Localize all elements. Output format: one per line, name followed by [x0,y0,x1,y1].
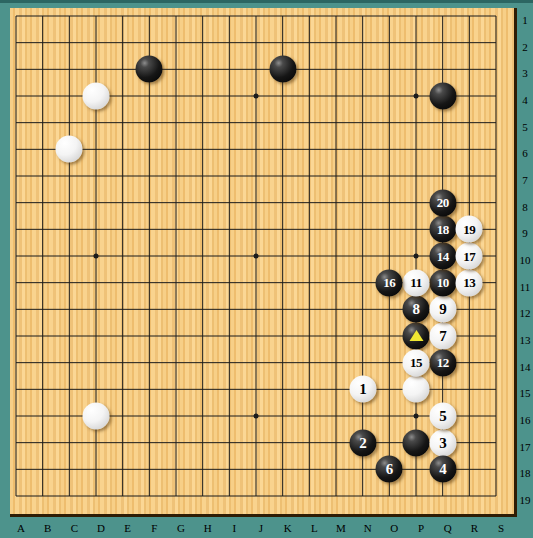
stone-black-p13 [403,323,430,350]
col-label-B: B [44,520,51,536]
go-board[interactable]: 1234567891011121314151617181920 [10,8,517,517]
row-label-11: 11 [520,281,531,293]
col-label-L: L [311,520,318,536]
row-label-19: 19 [520,494,531,506]
row-label-12: 12 [520,307,531,319]
col-label-I: I [232,520,236,536]
row-label-4: 4 [522,94,528,106]
stone-white-r9: 19 [456,216,483,243]
stone-white-q12: 9 [429,296,456,323]
row-label-17: 17 [520,441,531,453]
move-number-label: 15 [403,349,430,376]
col-label-O: O [390,520,398,536]
stone-black-q9: 18 [429,216,456,243]
stone-white-r10: 17 [456,243,483,270]
move-number-label: 18 [429,216,456,243]
col-label-M: M [336,520,346,536]
stone-white-p14: 15 [403,349,430,376]
move-number-label: 12 [429,349,456,376]
col-label-D: D [97,520,105,536]
move-number-label: 5 [429,403,456,430]
col-label-P: P [418,520,424,536]
col-label-J: J [259,520,263,536]
stone-black-q11: 10 [429,269,456,296]
col-label-N: N [364,520,372,536]
move-number-label: 4 [429,456,456,483]
move-number-label: 14 [429,243,456,270]
triangle-mark-icon [409,330,423,341]
stone-white-p11: 11 [403,269,430,296]
row-label-8: 8 [522,201,528,213]
star-point-D10 [94,254,99,259]
stone-white-q16: 5 [429,403,456,430]
col-label-H: H [204,520,212,536]
col-label-G: G [177,520,185,536]
row-label-14: 14 [520,361,531,373]
row-label-5: 5 [522,121,528,133]
stone-white-c6 [56,136,83,163]
stone-black-p12: 8 [403,296,430,323]
move-number-label: 8 [403,296,430,323]
move-number-label: 3 [429,429,456,456]
col-label-F: F [151,520,157,536]
col-label-E: E [124,520,131,536]
stone-black-q8: 20 [429,189,456,216]
move-number-label: 11 [403,269,430,296]
go-diagram-window: 1234567891011121314151617181920 ABCDEFGH… [0,0,533,538]
stone-black-k3 [269,56,296,83]
row-label-16: 16 [520,414,531,426]
move-number-label: 2 [349,429,376,456]
stone-black-q10: 14 [429,243,456,270]
star-point-P10 [414,254,419,259]
move-number-label: 9 [429,296,456,323]
col-label-S: S [498,520,504,536]
move-number-label: 19 [456,216,483,243]
stone-black-q4 [429,83,456,110]
stone-white-q17: 3 [429,429,456,456]
stone-white-p15 [403,376,430,403]
col-label-R: R [471,520,478,536]
row-label-9: 9 [522,227,528,239]
col-label-K: K [284,520,292,536]
move-number-label: 6 [376,456,403,483]
star-point-J4 [254,94,259,99]
move-number-label: 17 [456,243,483,270]
stone-black-q14: 12 [429,349,456,376]
row-label-10: 10 [520,254,531,266]
move-number-label: 7 [429,323,456,350]
stone-white-r11: 13 [456,269,483,296]
move-number-label: 16 [376,269,403,296]
col-label-C: C [71,520,78,536]
stone-black-f3 [136,56,163,83]
move-number-label: 13 [456,269,483,296]
move-number-label: 20 [429,189,456,216]
col-label-A: A [17,520,25,536]
move-number-label: 10 [429,269,456,296]
stone-white-d4 [83,83,110,110]
row-label-3: 3 [522,67,528,79]
row-label-2: 2 [522,41,528,53]
row-label-7: 7 [522,174,528,186]
row-label-15: 15 [520,387,531,399]
row-label-1: 1 [522,14,528,26]
row-label-6: 6 [522,147,528,159]
stone-white-n15: 1 [349,376,376,403]
col-label-Q: Q [444,520,452,536]
stone-black-n17: 2 [349,429,376,456]
star-point-J10 [254,254,259,259]
stone-black-o11: 16 [376,269,403,296]
row-label-18: 18 [520,467,531,479]
stone-white-q13: 7 [429,323,456,350]
stone-black-p17 [403,429,430,456]
stone-black-o18: 6 [376,456,403,483]
stone-black-q18: 4 [429,456,456,483]
window-top-edge [0,0,533,3]
star-point-P16 [414,414,419,419]
row-label-13: 13 [520,334,531,346]
star-point-P4 [414,94,419,99]
star-point-J16 [254,414,259,419]
move-number-label: 1 [349,376,376,403]
stone-white-d16 [83,403,110,430]
